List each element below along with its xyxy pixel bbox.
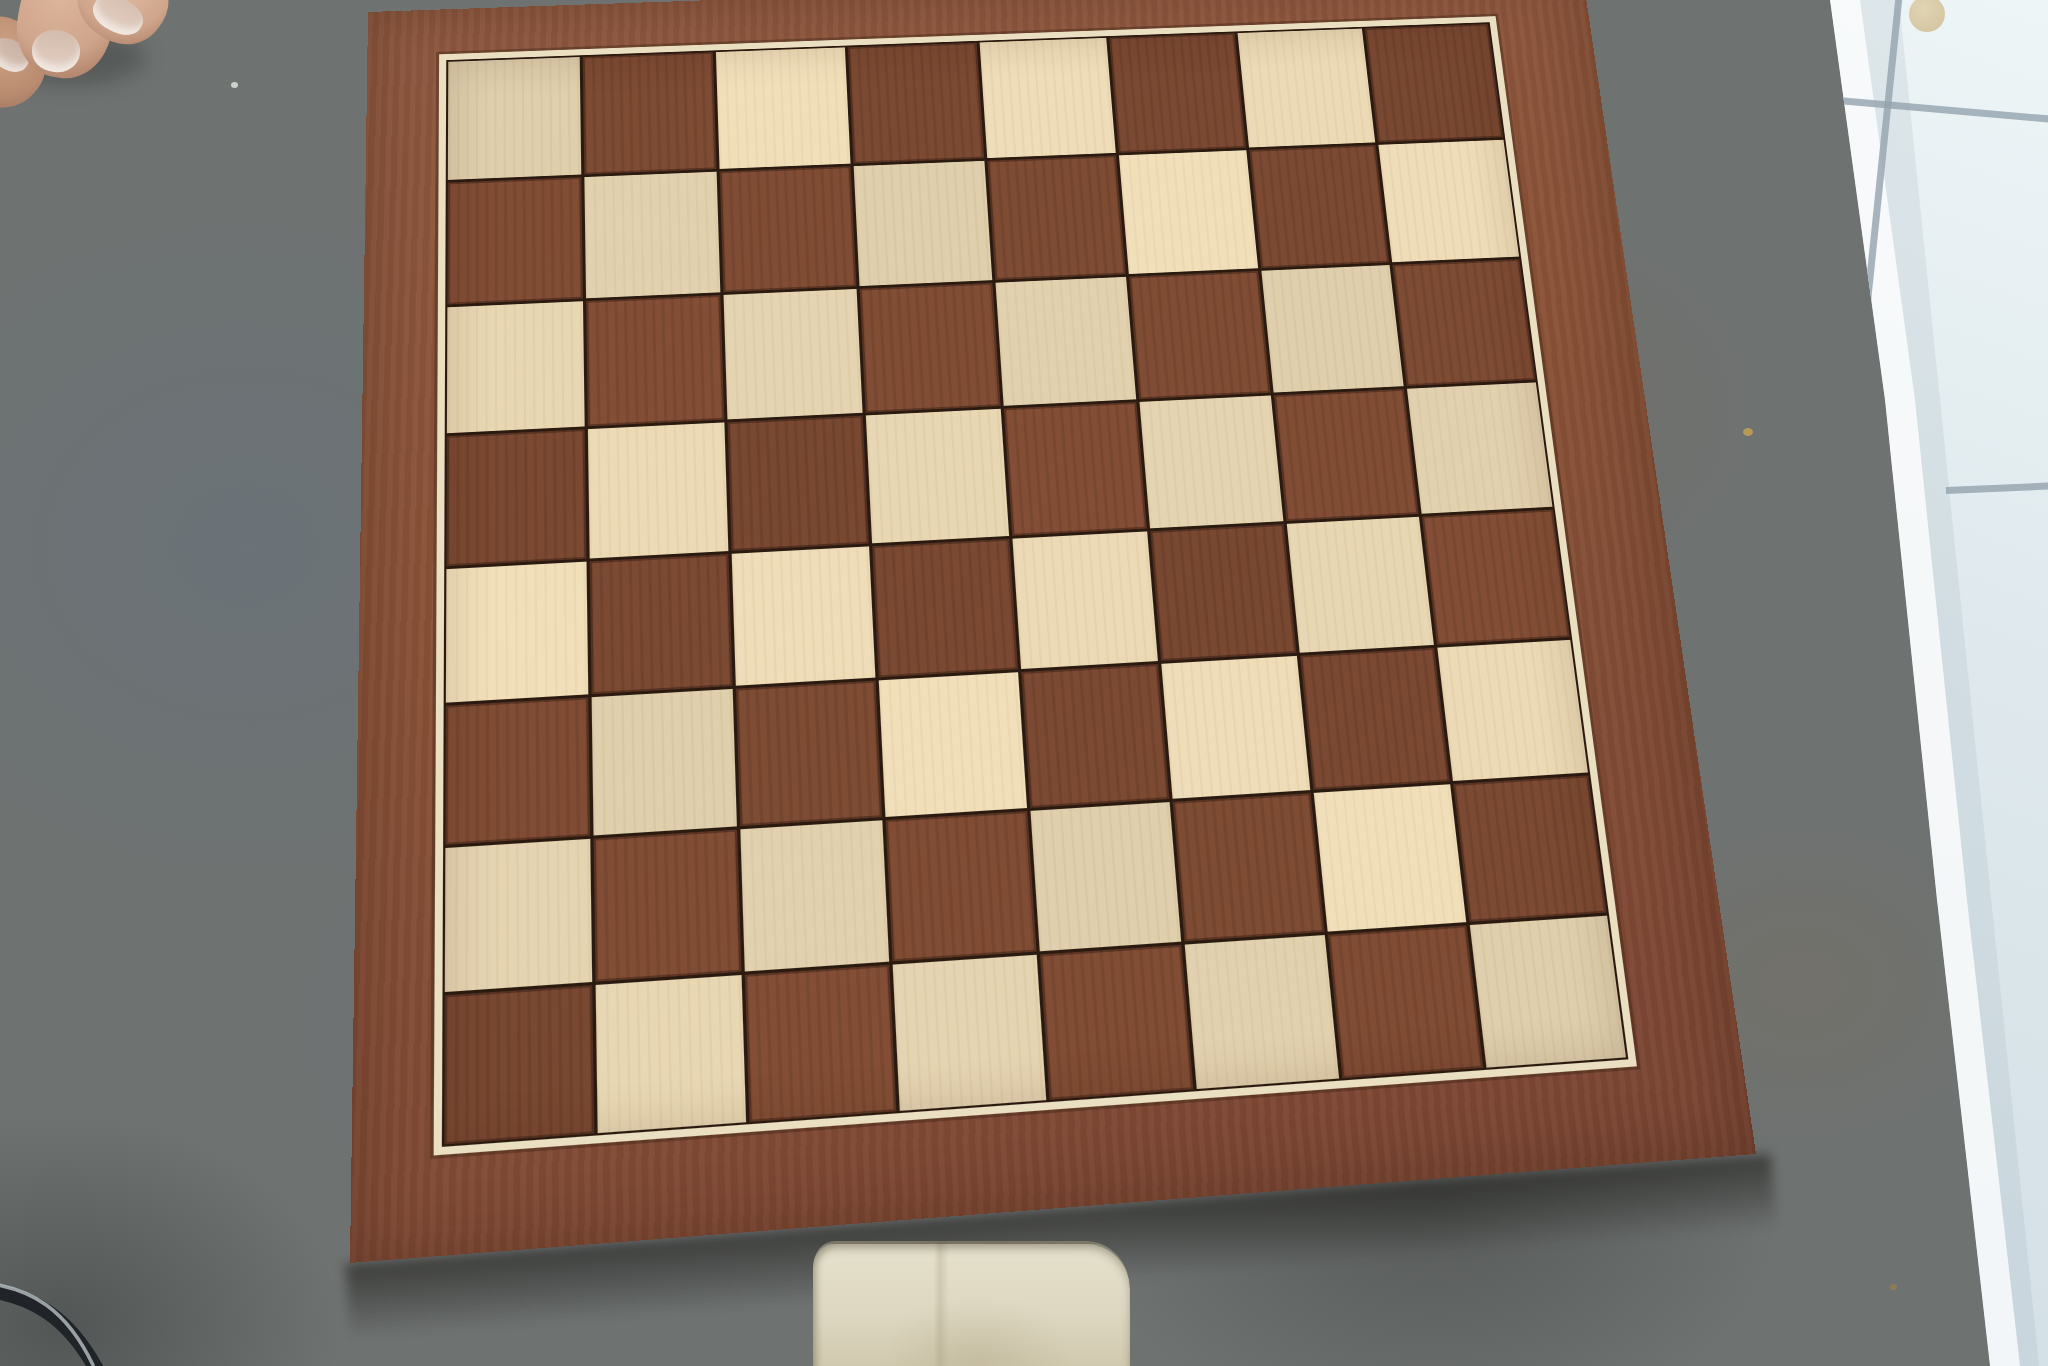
square-g7	[1249, 145, 1389, 268]
square-e6	[995, 277, 1136, 406]
square-a5	[446, 429, 586, 566]
square-e2	[1030, 802, 1181, 951]
square-b7	[585, 172, 721, 299]
square-b1	[596, 975, 747, 1133]
square-c2	[741, 821, 890, 972]
square-h4	[1422, 509, 1570, 645]
square-d2	[886, 811, 1036, 961]
square-e8	[979, 38, 1115, 158]
square-h5	[1407, 382, 1553, 513]
square-f1	[1184, 935, 1338, 1089]
square-g2	[1314, 785, 1467, 932]
tan-speck	[1743, 428, 1753, 436]
square-d1	[893, 955, 1046, 1111]
square-d3	[879, 673, 1026, 818]
square-h6	[1392, 259, 1535, 386]
hand-fingertips	[0, 0, 190, 118]
square-a3	[445, 698, 590, 845]
square-c8	[716, 47, 851, 168]
square-c3	[736, 681, 882, 827]
square-d4	[873, 538, 1018, 677]
square-g6	[1261, 265, 1403, 392]
square-b5	[588, 422, 729, 558]
square-e3	[1021, 664, 1169, 808]
photo-stage	[0, 0, 2048, 1366]
square-b2	[594, 830, 742, 982]
square-f5	[1139, 395, 1283, 528]
square-d6	[860, 283, 1000, 413]
square-f2	[1172, 793, 1324, 941]
square-f6	[1129, 271, 1271, 399]
square-f7	[1119, 150, 1258, 274]
square-f8	[1109, 33, 1246, 152]
chessboard	[350, 0, 1756, 1263]
square-h2	[1453, 776, 1606, 922]
square-f3	[1161, 656, 1310, 799]
square-e7	[987, 155, 1126, 279]
square-g1	[1328, 925, 1483, 1078]
stool-seat	[813, 1241, 1130, 1366]
square-b4	[590, 553, 733, 694]
square-c7	[720, 166, 857, 292]
board-grid	[442, 22, 1628, 1147]
square-c1	[745, 965, 897, 1122]
square-a1	[444, 985, 594, 1144]
square-g4	[1286, 516, 1433, 653]
square-d7	[854, 161, 992, 286]
square-h8	[1365, 24, 1503, 142]
square-h1	[1470, 916, 1626, 1068]
square-a7	[447, 177, 583, 304]
square-h3	[1437, 640, 1588, 781]
square-e4	[1012, 531, 1158, 669]
board-inlay-line	[434, 16, 1637, 1155]
brown-speck	[1890, 1284, 1897, 1290]
chair-wire	[0, 1270, 134, 1366]
square-c5	[728, 415, 869, 550]
square-e5	[1003, 402, 1146, 536]
square-c4	[732, 546, 876, 686]
square-b8	[583, 52, 717, 174]
grout-line-horizontal-lower	[1946, 482, 2048, 494]
square-b6	[586, 295, 724, 426]
sticker-dot	[1909, 0, 1945, 32]
square-a8	[448, 57, 582, 180]
square-d5	[866, 408, 1008, 542]
square-g3	[1300, 648, 1450, 790]
square-c6	[724, 289, 863, 419]
square-b3	[592, 689, 737, 835]
square-g5	[1274, 389, 1419, 521]
square-f4	[1150, 524, 1296, 662]
square-h7	[1378, 140, 1519, 262]
square-a4	[446, 561, 589, 703]
square-e1	[1039, 945, 1193, 1100]
white-speck	[231, 82, 238, 88]
square-g8	[1237, 29, 1375, 148]
square-d8	[848, 43, 984, 164]
square-a6	[447, 301, 585, 433]
square-a2	[445, 839, 593, 992]
